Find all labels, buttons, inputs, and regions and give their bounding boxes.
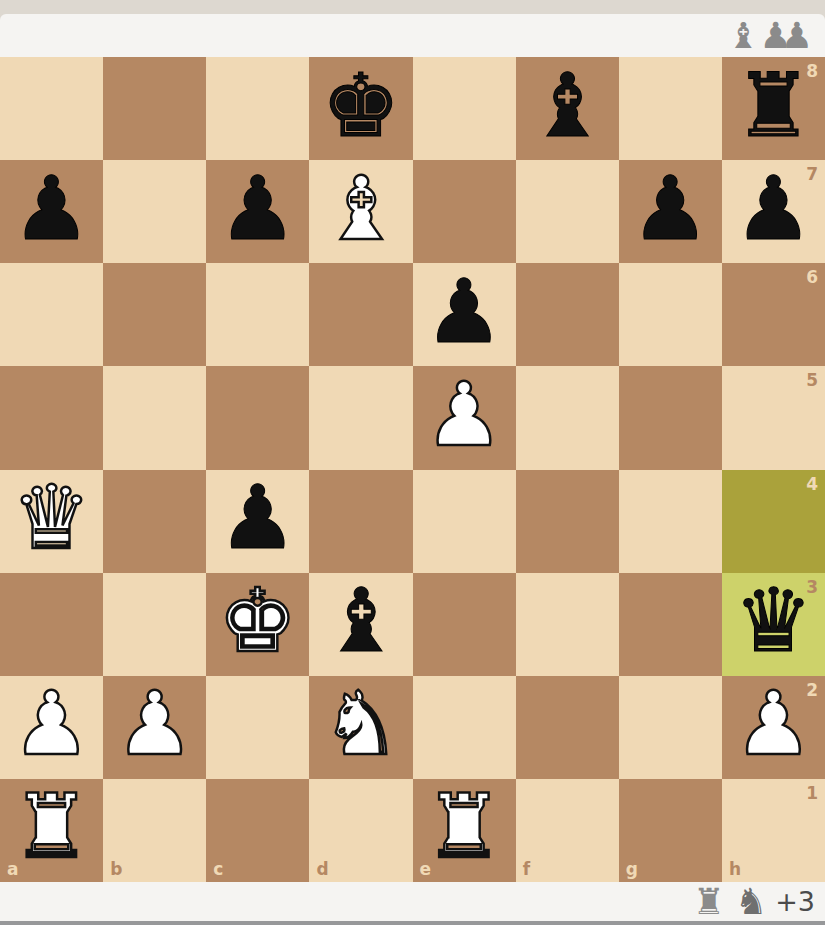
square-a2[interactable]: ♟ — [0, 676, 103, 779]
square-f5[interactable] — [516, 366, 619, 469]
square-h3[interactable]: ♛3 — [722, 573, 825, 676]
file-label-b: b — [110, 859, 122, 879]
piece-white-knight[interactable]: ♞ — [321, 680, 400, 768]
square-b5[interactable] — [103, 366, 206, 469]
rank-label-5: 5 — [806, 370, 818, 390]
square-h4[interactable]: 4 — [722, 470, 825, 573]
piece-white-pawn[interactable]: ♟ — [734, 680, 813, 768]
player-captured-tray: ♜♞+3 — [0, 882, 825, 925]
square-e1[interactable]: ♜e — [413, 779, 516, 882]
square-e7[interactable] — [413, 160, 516, 263]
square-c4[interactable]: ♟ — [206, 470, 309, 573]
square-b8[interactable] — [103, 57, 206, 160]
square-c1[interactable]: c — [206, 779, 309, 882]
piece-white-pawn[interactable]: ♟ — [12, 680, 91, 768]
square-d6[interactable] — [309, 263, 412, 366]
square-f3[interactable] — [516, 573, 619, 676]
rank-label-1: 1 — [806, 783, 818, 803]
square-f1[interactable]: f — [516, 779, 619, 882]
piece-black-pawn[interactable]: ♟ — [631, 165, 710, 253]
file-label-c: c — [213, 859, 223, 879]
square-a8[interactable] — [0, 57, 103, 160]
piece-black-pawn[interactable]: ♟ — [218, 474, 297, 562]
square-g8[interactable] — [619, 57, 722, 160]
captured-bishop-icon: ♝ — [727, 18, 759, 54]
piece-white-queen[interactable]: ♛ — [12, 474, 91, 562]
square-c3[interactable]: ♚ — [206, 573, 309, 676]
file-label-d: d — [316, 859, 328, 879]
square-d1[interactable]: d — [309, 779, 412, 882]
square-h6[interactable]: 6 — [722, 263, 825, 366]
square-d4[interactable] — [309, 470, 412, 573]
square-e2[interactable] — [413, 676, 516, 779]
opponent-captured-tray: ♝♟♟ — [0, 14, 825, 57]
chess-board: ♚♝♜8♟♟♝♟♟7♟6♟5♛♟4♚♝♛3♟♟♞♟2♜abcd♜efg1h — [0, 57, 825, 882]
square-h7[interactable]: ♟7 — [722, 160, 825, 263]
page-background-strip — [0, 0, 825, 14]
square-g5[interactable] — [619, 366, 722, 469]
piece-black-pawn[interactable]: ♟ — [12, 165, 91, 253]
square-b3[interactable] — [103, 573, 206, 676]
piece-white-king[interactable]: ♚ — [218, 577, 297, 665]
square-d3[interactable]: ♝ — [309, 573, 412, 676]
square-d8[interactable]: ♚ — [309, 57, 412, 160]
square-h1[interactable]: 1h — [722, 779, 825, 882]
piece-black-rook[interactable]: ♜ — [734, 62, 813, 150]
square-e6[interactable]: ♟ — [413, 263, 516, 366]
square-c7[interactable]: ♟ — [206, 160, 309, 263]
square-d2[interactable]: ♞ — [309, 676, 412, 779]
square-h2[interactable]: ♟2 — [722, 676, 825, 779]
square-e3[interactable] — [413, 573, 516, 676]
material-advantage: +3 — [775, 880, 815, 923]
square-a7[interactable]: ♟ — [0, 160, 103, 263]
square-g4[interactable] — [619, 470, 722, 573]
piece-white-rook[interactable]: ♜ — [12, 783, 91, 871]
square-b1[interactable]: b — [103, 779, 206, 882]
square-f7[interactable] — [516, 160, 619, 263]
square-a5[interactable] — [0, 366, 103, 469]
file-label-g: g — [626, 859, 638, 879]
square-b6[interactable] — [103, 263, 206, 366]
square-a3[interactable] — [0, 573, 103, 676]
square-f2[interactable] — [516, 676, 619, 779]
square-e8[interactable] — [413, 57, 516, 160]
captured-knight-icon: ♞ — [735, 884, 767, 920]
rank-label-6: 6 — [806, 267, 818, 287]
captured-rook-icon: ♜ — [693, 884, 725, 920]
piece-black-pawn[interactable]: ♟ — [218, 165, 297, 253]
square-g1[interactable]: g — [619, 779, 722, 882]
square-e4[interactable] — [413, 470, 516, 573]
captured-pawn-icon: ♟ — [781, 18, 813, 54]
square-c6[interactable] — [206, 263, 309, 366]
square-b7[interactable] — [103, 160, 206, 263]
piece-black-king[interactable]: ♚ — [321, 62, 400, 150]
square-e5[interactable]: ♟ — [413, 366, 516, 469]
piece-black-queen[interactable]: ♛ — [734, 577, 813, 665]
square-a4[interactable]: ♛ — [0, 470, 103, 573]
chess-app-window: ♝♟♟ ♚♝♜8♟♟♝♟♟7♟6♟5♛♟4♚♝♛3♟♟♞♟2♜abcd♜efg1… — [0, 0, 825, 925]
square-f4[interactable] — [516, 470, 619, 573]
piece-black-bishop[interactable]: ♝ — [528, 62, 607, 150]
square-a1[interactable]: ♜a — [0, 779, 103, 882]
square-c5[interactable] — [206, 366, 309, 469]
square-g2[interactable] — [619, 676, 722, 779]
piece-white-rook[interactable]: ♜ — [425, 783, 504, 871]
square-f8[interactable]: ♝ — [516, 57, 619, 160]
piece-white-pawn[interactable]: ♟ — [425, 371, 504, 459]
piece-white-bishop[interactable]: ♝ — [321, 165, 400, 253]
square-d7[interactable]: ♝ — [309, 160, 412, 263]
square-h5[interactable]: 5 — [722, 366, 825, 469]
square-c2[interactable] — [206, 676, 309, 779]
file-label-f: f — [523, 859, 530, 879]
square-b4[interactable] — [103, 470, 206, 573]
piece-black-pawn[interactable]: ♟ — [734, 165, 813, 253]
piece-white-pawn[interactable]: ♟ — [115, 680, 194, 768]
square-g7[interactable]: ♟ — [619, 160, 722, 263]
rank-label-4: 4 — [806, 474, 818, 494]
piece-black-bishop[interactable]: ♝ — [321, 577, 400, 665]
piece-black-pawn[interactable]: ♟ — [425, 268, 504, 356]
square-d5[interactable] — [309, 366, 412, 469]
square-a6[interactable] — [0, 263, 103, 366]
square-b2[interactable]: ♟ — [103, 676, 206, 779]
square-c8[interactable] — [206, 57, 309, 160]
square-h8[interactable]: ♜8 — [722, 57, 825, 160]
square-g3[interactable] — [619, 573, 722, 676]
square-f6[interactable] — [516, 263, 619, 366]
square-g6[interactable] — [619, 263, 722, 366]
file-label-h: h — [729, 859, 741, 879]
